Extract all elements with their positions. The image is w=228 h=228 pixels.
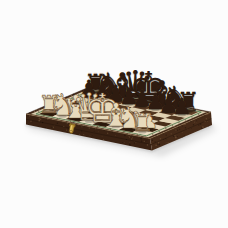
chess-set-product-photo: ♜♞♝♛♚♝♞♜♟♟♟♟♟♟♟♟♟♟♟♟♟♟♟♟♜♞♝♛♚♝♞♜ [0, 0, 228, 228]
piece-black-pawn: ♟ [172, 96, 192, 119]
piece-layer: ♜♞♝♛♚♝♞♜♟♟♟♟♟♟♟♟♟♟♟♟♟♟♟♟♜♞♝♛♚♝♞♜ [0, 0, 228, 228]
piece-white-rook: ♜ [131, 111, 153, 135]
